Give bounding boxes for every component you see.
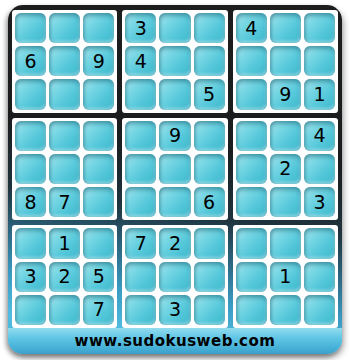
block-r2c2: 96: [122, 118, 227, 221]
cell-r3c9: 1: [304, 79, 335, 109]
cell-r7c9[interactable]: [304, 228, 335, 258]
cell-r5c7[interactable]: [236, 154, 267, 184]
cell-r5c2[interactable]: [49, 154, 80, 184]
cell-r8c2: 2: [49, 262, 80, 292]
cell-r8c9[interactable]: [304, 262, 335, 292]
cell-r1c7: 4: [236, 13, 267, 43]
cell-r5c8: 2: [270, 154, 301, 184]
cell-r7c7[interactable]: [236, 228, 267, 258]
cell-r4c1[interactable]: [15, 121, 46, 151]
cell-r1c1[interactable]: [15, 13, 46, 43]
cell-r2c8[interactable]: [270, 46, 301, 76]
cell-r3c1[interactable]: [15, 79, 46, 109]
cell-r3c2[interactable]: [49, 79, 80, 109]
cell-r6c5[interactable]: [159, 187, 190, 217]
block-r2c1: 87: [12, 118, 117, 221]
cell-r7c8[interactable]: [270, 228, 301, 258]
cell-r9c1[interactable]: [15, 295, 46, 325]
cell-r2c5[interactable]: [159, 46, 190, 76]
cell-r3c5[interactable]: [159, 79, 190, 109]
cell-r1c6[interactable]: [194, 13, 225, 43]
cell-r5c4[interactable]: [125, 154, 156, 184]
cell-r4c5: 9: [159, 121, 190, 151]
cell-r9c2[interactable]: [49, 295, 80, 325]
cell-r6c3[interactable]: [83, 187, 114, 217]
cell-r1c4: 3: [125, 13, 156, 43]
cell-r8c4[interactable]: [125, 262, 156, 292]
cell-r9c9[interactable]: [304, 295, 335, 325]
cell-r2c7[interactable]: [236, 46, 267, 76]
cell-r4c2[interactable]: [49, 121, 80, 151]
cell-r9c5: 3: [159, 295, 190, 325]
block-r1c1: 69: [12, 10, 117, 113]
block-r3c1: 13257: [12, 225, 117, 328]
cell-r2c4: 4: [125, 46, 156, 76]
cell-r7c5: 2: [159, 228, 190, 258]
cell-r4c9: 4: [304, 121, 335, 151]
cell-r9c6[interactable]: [194, 295, 225, 325]
cell-r3c8: 9: [270, 79, 301, 109]
cell-r3c3[interactable]: [83, 79, 114, 109]
cell-r1c3[interactable]: [83, 13, 114, 43]
cell-r5c5[interactable]: [159, 154, 190, 184]
cell-r1c8[interactable]: [270, 13, 301, 43]
cell-r5c1[interactable]: [15, 154, 46, 184]
cell-r9c3: 7: [83, 295, 114, 325]
cell-r3c4[interactable]: [125, 79, 156, 109]
cell-r7c4: 7: [125, 228, 156, 258]
sudoku-frame: 693454918796423132577231 www.sudokusweb.…: [8, 5, 342, 354]
cell-r7c2: 1: [49, 228, 80, 258]
cell-r4c7[interactable]: [236, 121, 267, 151]
cell-r6c2: 7: [49, 187, 80, 217]
cell-r2c6[interactable]: [194, 46, 225, 76]
cell-r4c3[interactable]: [83, 121, 114, 151]
cell-r2c3: 9: [83, 46, 114, 76]
site-url: www.sudokusweb.com: [8, 328, 342, 354]
sudoku-board: 693454918796423132577231: [12, 10, 338, 328]
cell-r2c9[interactable]: [304, 46, 335, 76]
cell-r8c1: 3: [15, 262, 46, 292]
cell-r4c4[interactable]: [125, 121, 156, 151]
block-r1c2: 345: [122, 10, 227, 113]
cell-r7c1[interactable]: [15, 228, 46, 258]
block-r3c3: 1: [233, 225, 338, 328]
cell-r5c3[interactable]: [83, 154, 114, 184]
cell-r5c9[interactable]: [304, 154, 335, 184]
cell-r7c3[interactable]: [83, 228, 114, 258]
block-r1c3: 491: [233, 10, 338, 113]
cell-r6c6: 6: [194, 187, 225, 217]
cell-r6c9: 3: [304, 187, 335, 217]
cell-r7c6[interactable]: [194, 228, 225, 258]
block-r2c3: 423: [233, 118, 338, 221]
cell-r8c8: 1: [270, 262, 301, 292]
cell-r8c5[interactable]: [159, 262, 190, 292]
cell-r3c6: 5: [194, 79, 225, 109]
cell-r1c5[interactable]: [159, 13, 190, 43]
cell-r9c8[interactable]: [270, 295, 301, 325]
cell-r9c7[interactable]: [236, 295, 267, 325]
cell-r5c6[interactable]: [194, 154, 225, 184]
cell-r6c8[interactable]: [270, 187, 301, 217]
cell-r8c6[interactable]: [194, 262, 225, 292]
cell-r1c2[interactable]: [49, 13, 80, 43]
cell-r1c9[interactable]: [304, 13, 335, 43]
cell-r4c6[interactable]: [194, 121, 225, 151]
cell-r3c7[interactable]: [236, 79, 267, 109]
cell-r2c1: 6: [15, 46, 46, 76]
cell-r9c4[interactable]: [125, 295, 156, 325]
block-r3c2: 723: [122, 225, 227, 328]
cell-r2c2[interactable]: [49, 46, 80, 76]
cell-r6c7[interactable]: [236, 187, 267, 217]
cell-r4c8[interactable]: [270, 121, 301, 151]
cell-r6c4[interactable]: [125, 187, 156, 217]
cell-r6c1: 8: [15, 187, 46, 217]
cell-r8c7[interactable]: [236, 262, 267, 292]
cell-r8c3: 5: [83, 262, 114, 292]
